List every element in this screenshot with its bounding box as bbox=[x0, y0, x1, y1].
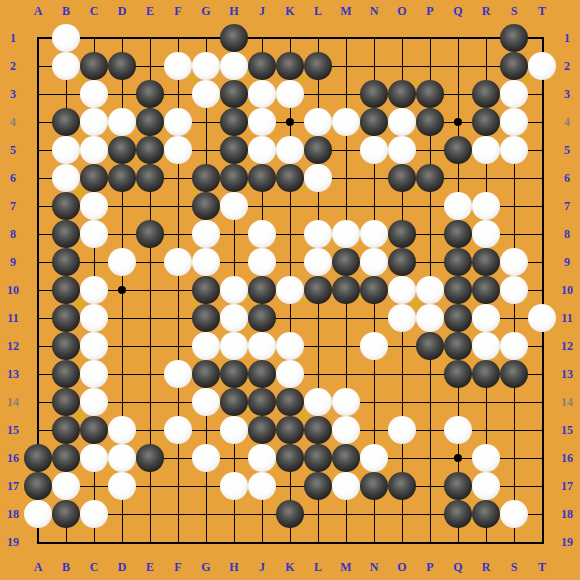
black-stone-P12[interactable] bbox=[416, 332, 444, 360]
black-stone-E16[interactable] bbox=[136, 444, 164, 472]
white-stone-J8[interactable] bbox=[248, 220, 276, 248]
white-stone-K12[interactable] bbox=[276, 332, 304, 360]
white-stone-S12[interactable] bbox=[500, 332, 528, 360]
black-stone-A16[interactable] bbox=[24, 444, 52, 472]
column-label-bottom: N bbox=[370, 561, 379, 573]
black-stone-Q17[interactable] bbox=[444, 472, 472, 500]
row-label-left: 18 bbox=[7, 508, 19, 520]
row-label-left: 6 bbox=[10, 172, 16, 184]
row-label-left: 14 bbox=[7, 396, 19, 408]
black-stone-D5[interactable] bbox=[108, 136, 136, 164]
white-stone-R17[interactable] bbox=[472, 472, 500, 500]
black-stone-B13[interactable] bbox=[52, 360, 80, 388]
column-label-bottom: M bbox=[340, 561, 351, 573]
column-label-top: P bbox=[426, 5, 433, 17]
black-stone-J14[interactable] bbox=[248, 388, 276, 416]
black-stone-O8[interactable] bbox=[388, 220, 416, 248]
black-stone-G10[interactable] bbox=[192, 276, 220, 304]
white-stone-G16[interactable] bbox=[192, 444, 220, 472]
row-label-left: 7 bbox=[10, 200, 16, 212]
black-stone-Q11[interactable] bbox=[444, 304, 472, 332]
column-label-top: A bbox=[34, 5, 43, 17]
black-stone-J13[interactable] bbox=[248, 360, 276, 388]
white-stone-B17[interactable] bbox=[52, 472, 80, 500]
white-stone-G9[interactable] bbox=[192, 248, 220, 276]
row-label-left: 3 bbox=[10, 88, 16, 100]
column-label-top: E bbox=[146, 5, 154, 17]
row-label-left: 10 bbox=[7, 284, 19, 296]
black-stone-O17[interactable] bbox=[388, 472, 416, 500]
white-stone-F5[interactable] bbox=[164, 136, 192, 164]
black-stone-J15[interactable] bbox=[248, 416, 276, 444]
row-label-left: 17 bbox=[7, 480, 19, 492]
black-stone-R18[interactable] bbox=[472, 500, 500, 528]
white-stone-C7[interactable] bbox=[80, 192, 108, 220]
column-label-top: K bbox=[285, 5, 294, 17]
white-stone-B5[interactable] bbox=[52, 136, 80, 164]
white-stone-M17[interactable] bbox=[332, 472, 360, 500]
white-stone-C5[interactable] bbox=[80, 136, 108, 164]
column-label-bottom: O bbox=[397, 561, 406, 573]
column-label-top: D bbox=[118, 5, 127, 17]
column-label-top: T bbox=[538, 5, 546, 17]
star-point bbox=[118, 286, 126, 294]
white-stone-M15[interactable] bbox=[332, 416, 360, 444]
row-label-right: 1 bbox=[564, 32, 570, 44]
column-label-top: H bbox=[229, 5, 238, 17]
black-stone-Q9[interactable] bbox=[444, 248, 472, 276]
row-label-right: 15 bbox=[561, 424, 573, 436]
row-label-left: 19 bbox=[7, 536, 19, 548]
white-stone-M4[interactable] bbox=[332, 108, 360, 136]
black-stone-M9[interactable] bbox=[332, 248, 360, 276]
white-stone-N9[interactable] bbox=[360, 248, 388, 276]
white-stone-C8[interactable] bbox=[80, 220, 108, 248]
white-stone-Q7[interactable] bbox=[444, 192, 472, 220]
black-stone-J2[interactable] bbox=[248, 52, 276, 80]
column-label-bottom: R bbox=[482, 561, 491, 573]
column-label-bottom: E bbox=[146, 561, 154, 573]
white-stone-O4[interactable] bbox=[388, 108, 416, 136]
black-stone-C2[interactable] bbox=[80, 52, 108, 80]
black-stone-K2[interactable] bbox=[276, 52, 304, 80]
white-stone-D16[interactable] bbox=[108, 444, 136, 472]
white-stone-C12[interactable] bbox=[80, 332, 108, 360]
row-label-left: 11 bbox=[7, 312, 18, 324]
black-stone-Q13[interactable] bbox=[444, 360, 472, 388]
white-stone-R11[interactable] bbox=[472, 304, 500, 332]
white-stone-H7[interactable] bbox=[220, 192, 248, 220]
column-label-top: B bbox=[62, 5, 70, 17]
white-stone-D4[interactable] bbox=[108, 108, 136, 136]
row-label-right: 4 bbox=[564, 116, 570, 128]
white-stone-K13[interactable] bbox=[276, 360, 304, 388]
row-label-left: 12 bbox=[7, 340, 19, 352]
white-stone-S9[interactable] bbox=[500, 248, 528, 276]
column-label-bottom: L bbox=[314, 561, 322, 573]
row-label-right: 8 bbox=[564, 228, 570, 240]
black-stone-M16[interactable] bbox=[332, 444, 360, 472]
column-label-bottom: J bbox=[259, 561, 265, 573]
go-board[interactable]: AABBCCDDEEFFGGHHJJKKLLMMNNOOPPQQRRSSTT11… bbox=[0, 0, 580, 580]
black-stone-K14[interactable] bbox=[276, 388, 304, 416]
black-stone-R9[interactable] bbox=[472, 248, 500, 276]
row-label-right: 14 bbox=[561, 396, 573, 408]
white-stone-O15[interactable] bbox=[388, 416, 416, 444]
black-stone-B4[interactable] bbox=[52, 108, 80, 136]
black-stone-R10[interactable] bbox=[472, 276, 500, 304]
white-stone-J16[interactable] bbox=[248, 444, 276, 472]
black-stone-N17[interactable] bbox=[360, 472, 388, 500]
white-stone-G8[interactable] bbox=[192, 220, 220, 248]
black-stone-H1[interactable] bbox=[220, 24, 248, 52]
black-stone-E3[interactable] bbox=[136, 80, 164, 108]
row-label-left: 1 bbox=[10, 32, 16, 44]
white-stone-R16[interactable] bbox=[472, 444, 500, 472]
black-stone-G6[interactable] bbox=[192, 164, 220, 192]
black-stone-B7[interactable] bbox=[52, 192, 80, 220]
black-stone-O9[interactable] bbox=[388, 248, 416, 276]
black-stone-N4[interactable] bbox=[360, 108, 388, 136]
white-stone-P10[interactable] bbox=[416, 276, 444, 304]
black-stone-S2[interactable] bbox=[500, 52, 528, 80]
white-stone-L14[interactable] bbox=[304, 388, 332, 416]
column-label-top: F bbox=[174, 5, 181, 17]
white-stone-R7[interactable] bbox=[472, 192, 500, 220]
column-label-bottom: F bbox=[174, 561, 181, 573]
black-stone-B14[interactable] bbox=[52, 388, 80, 416]
white-stone-J5[interactable] bbox=[248, 136, 276, 164]
column-label-bottom: G bbox=[201, 561, 210, 573]
white-stone-B2[interactable] bbox=[52, 52, 80, 80]
row-label-left: 9 bbox=[10, 256, 16, 268]
black-stone-K6[interactable] bbox=[276, 164, 304, 192]
white-stone-D15[interactable] bbox=[108, 416, 136, 444]
black-stone-L5[interactable] bbox=[304, 136, 332, 164]
column-label-top: S bbox=[511, 5, 518, 17]
black-stone-H4[interactable] bbox=[220, 108, 248, 136]
column-label-bottom: Q bbox=[453, 561, 462, 573]
black-stone-J6[interactable] bbox=[248, 164, 276, 192]
white-stone-L8[interactable] bbox=[304, 220, 332, 248]
white-stone-C3[interactable] bbox=[80, 80, 108, 108]
black-stone-C15[interactable] bbox=[80, 416, 108, 444]
white-stone-F9[interactable] bbox=[164, 248, 192, 276]
white-stone-L4[interactable] bbox=[304, 108, 332, 136]
white-stone-P11[interactable] bbox=[416, 304, 444, 332]
white-stone-Q15[interactable] bbox=[444, 416, 472, 444]
black-stone-H3[interactable] bbox=[220, 80, 248, 108]
white-stone-K3[interactable] bbox=[276, 80, 304, 108]
row-label-right: 9 bbox=[564, 256, 570, 268]
black-stone-R4[interactable] bbox=[472, 108, 500, 136]
column-label-bottom: S bbox=[511, 561, 518, 573]
white-stone-J3[interactable] bbox=[248, 80, 276, 108]
white-stone-J17[interactable] bbox=[248, 472, 276, 500]
black-stone-B16[interactable] bbox=[52, 444, 80, 472]
white-stone-H12[interactable] bbox=[220, 332, 248, 360]
column-label-top: R bbox=[482, 5, 491, 17]
white-stone-A18[interactable] bbox=[24, 500, 52, 528]
white-stone-G12[interactable] bbox=[192, 332, 220, 360]
white-stone-F2[interactable] bbox=[164, 52, 192, 80]
black-stone-K18[interactable] bbox=[276, 500, 304, 528]
white-stone-C13[interactable] bbox=[80, 360, 108, 388]
column-label-top: L bbox=[314, 5, 322, 17]
column-label-bottom: P bbox=[426, 561, 433, 573]
black-stone-D6[interactable] bbox=[108, 164, 136, 192]
row-label-right: 2 bbox=[564, 60, 570, 72]
white-stone-F4[interactable] bbox=[164, 108, 192, 136]
column-label-bottom: H bbox=[229, 561, 238, 573]
row-label-right: 10 bbox=[561, 284, 573, 296]
black-stone-M10[interactable] bbox=[332, 276, 360, 304]
white-stone-S10[interactable] bbox=[500, 276, 528, 304]
white-stone-H10[interactable] bbox=[220, 276, 248, 304]
column-label-top: O bbox=[397, 5, 406, 17]
black-stone-Q5[interactable] bbox=[444, 136, 472, 164]
black-stone-R3[interactable] bbox=[472, 80, 500, 108]
white-stone-C11[interactable] bbox=[80, 304, 108, 332]
column-label-top: N bbox=[370, 5, 379, 17]
white-stone-D17[interactable] bbox=[108, 472, 136, 500]
white-stone-O10[interactable] bbox=[388, 276, 416, 304]
white-stone-O5[interactable] bbox=[388, 136, 416, 164]
white-stone-N12[interactable] bbox=[360, 332, 388, 360]
white-stone-T2[interactable] bbox=[528, 52, 556, 80]
black-stone-H14[interactable] bbox=[220, 388, 248, 416]
star-point bbox=[454, 118, 462, 126]
white-stone-H11[interactable] bbox=[220, 304, 248, 332]
white-stone-K10[interactable] bbox=[276, 276, 304, 304]
white-stone-J9[interactable] bbox=[248, 248, 276, 276]
white-stone-J4[interactable] bbox=[248, 108, 276, 136]
white-stone-F15[interactable] bbox=[164, 416, 192, 444]
white-stone-O11[interactable] bbox=[388, 304, 416, 332]
black-stone-J11[interactable] bbox=[248, 304, 276, 332]
row-label-right: 6 bbox=[564, 172, 570, 184]
row-label-right: 13 bbox=[561, 368, 573, 380]
black-stone-K16[interactable] bbox=[276, 444, 304, 472]
black-stone-E4[interactable] bbox=[136, 108, 164, 136]
white-stone-M14[interactable] bbox=[332, 388, 360, 416]
black-stone-P4[interactable] bbox=[416, 108, 444, 136]
white-stone-S18[interactable] bbox=[500, 500, 528, 528]
black-stone-Q18[interactable] bbox=[444, 500, 472, 528]
white-stone-C14[interactable] bbox=[80, 388, 108, 416]
black-stone-L15[interactable] bbox=[304, 416, 332, 444]
white-stone-H17[interactable] bbox=[220, 472, 248, 500]
white-stone-K5[interactable] bbox=[276, 136, 304, 164]
row-label-right: 12 bbox=[561, 340, 573, 352]
white-stone-N5[interactable] bbox=[360, 136, 388, 164]
black-stone-Q12[interactable] bbox=[444, 332, 472, 360]
black-stone-G11[interactable] bbox=[192, 304, 220, 332]
white-stone-H2[interactable] bbox=[220, 52, 248, 80]
row-label-left: 16 bbox=[7, 452, 19, 464]
row-label-right: 11 bbox=[561, 312, 572, 324]
black-stone-E8[interactable] bbox=[136, 220, 164, 248]
row-label-left: 5 bbox=[10, 144, 16, 156]
black-stone-L17[interactable] bbox=[304, 472, 332, 500]
black-stone-R13[interactable] bbox=[472, 360, 500, 388]
black-stone-Q10[interactable] bbox=[444, 276, 472, 304]
white-stone-B1[interactable] bbox=[52, 24, 80, 52]
black-stone-S1[interactable] bbox=[500, 24, 528, 52]
black-stone-A17[interactable] bbox=[24, 472, 52, 500]
black-stone-K15[interactable] bbox=[276, 416, 304, 444]
white-stone-S4[interactable] bbox=[500, 108, 528, 136]
row-label-right: 3 bbox=[564, 88, 570, 100]
column-label-bottom: A bbox=[34, 561, 43, 573]
black-stone-O6[interactable] bbox=[388, 164, 416, 192]
white-stone-L6[interactable] bbox=[304, 164, 332, 192]
row-label-left: 13 bbox=[7, 368, 19, 380]
black-stone-J10[interactable] bbox=[248, 276, 276, 304]
black-stone-B8[interactable] bbox=[52, 220, 80, 248]
star-point bbox=[454, 454, 462, 462]
white-stone-D9[interactable] bbox=[108, 248, 136, 276]
white-stone-S3[interactable] bbox=[500, 80, 528, 108]
black-stone-Q8[interactable] bbox=[444, 220, 472, 248]
white-stone-F13[interactable] bbox=[164, 360, 192, 388]
black-stone-B12[interactable] bbox=[52, 332, 80, 360]
row-label-right: 17 bbox=[561, 480, 573, 492]
white-stone-N8[interactable] bbox=[360, 220, 388, 248]
black-stone-B11[interactable] bbox=[52, 304, 80, 332]
white-stone-C18[interactable] bbox=[80, 500, 108, 528]
black-stone-P3[interactable] bbox=[416, 80, 444, 108]
black-stone-B15[interactable] bbox=[52, 416, 80, 444]
black-stone-H5[interactable] bbox=[220, 136, 248, 164]
white-stone-H15[interactable] bbox=[220, 416, 248, 444]
black-stone-E6[interactable] bbox=[136, 164, 164, 192]
black-stone-L16[interactable] bbox=[304, 444, 332, 472]
column-label-bottom: B bbox=[62, 561, 70, 573]
white-stone-R5[interactable] bbox=[472, 136, 500, 164]
white-stone-R12[interactable] bbox=[472, 332, 500, 360]
column-label-bottom: D bbox=[118, 561, 127, 573]
row-label-right: 19 bbox=[561, 536, 573, 548]
row-label-right: 5 bbox=[564, 144, 570, 156]
black-stone-E5[interactable] bbox=[136, 136, 164, 164]
white-stone-S5[interactable] bbox=[500, 136, 528, 164]
white-stone-G2[interactable] bbox=[192, 52, 220, 80]
white-stone-B6[interactable] bbox=[52, 164, 80, 192]
row-label-left: 8 bbox=[10, 228, 16, 240]
black-stone-C6[interactable] bbox=[80, 164, 108, 192]
white-stone-G14[interactable] bbox=[192, 388, 220, 416]
black-stone-B9[interactable] bbox=[52, 248, 80, 276]
row-label-right: 16 bbox=[561, 452, 573, 464]
column-label-bottom: C bbox=[90, 561, 99, 573]
row-label-right: 18 bbox=[561, 508, 573, 520]
white-stone-N16[interactable] bbox=[360, 444, 388, 472]
column-label-top: G bbox=[201, 5, 210, 17]
black-stone-N10[interactable] bbox=[360, 276, 388, 304]
black-stone-L10[interactable] bbox=[304, 276, 332, 304]
white-stone-M8[interactable] bbox=[332, 220, 360, 248]
white-stone-C10[interactable] bbox=[80, 276, 108, 304]
star-point bbox=[286, 118, 294, 126]
black-stone-P6[interactable] bbox=[416, 164, 444, 192]
white-stone-C16[interactable] bbox=[80, 444, 108, 472]
black-stone-D2[interactable] bbox=[108, 52, 136, 80]
column-label-top: M bbox=[340, 5, 351, 17]
black-stone-S13[interactable] bbox=[500, 360, 528, 388]
white-stone-T11[interactable] bbox=[528, 304, 556, 332]
row-label-left: 2 bbox=[10, 60, 16, 72]
column-label-top: Q bbox=[453, 5, 462, 17]
black-stone-B10[interactable] bbox=[52, 276, 80, 304]
row-label-left: 15 bbox=[7, 424, 19, 436]
column-label-top: J bbox=[259, 5, 265, 17]
row-label-left: 4 bbox=[10, 116, 16, 128]
black-stone-O3[interactable] bbox=[388, 80, 416, 108]
white-stone-R8[interactable] bbox=[472, 220, 500, 248]
white-stone-J12[interactable] bbox=[248, 332, 276, 360]
column-label-bottom: K bbox=[285, 561, 294, 573]
black-stone-H13[interactable] bbox=[220, 360, 248, 388]
black-stone-B18[interactable] bbox=[52, 500, 80, 528]
black-stone-L2[interactable] bbox=[304, 52, 332, 80]
row-label-right: 7 bbox=[564, 200, 570, 212]
white-stone-L9[interactable] bbox=[304, 248, 332, 276]
black-stone-G13[interactable] bbox=[192, 360, 220, 388]
column-label-bottom: T bbox=[538, 561, 546, 573]
black-stone-H6[interactable] bbox=[220, 164, 248, 192]
black-stone-N3[interactable] bbox=[360, 80, 388, 108]
white-stone-C4[interactable] bbox=[80, 108, 108, 136]
column-label-top: C bbox=[90, 5, 99, 17]
white-stone-G3[interactable] bbox=[192, 80, 220, 108]
go-app-window: AABBCCDDEEFFGGHHJJKKLLMMNNOOPPQQRRSSTT11… bbox=[0, 0, 580, 580]
black-stone-G7[interactable] bbox=[192, 192, 220, 220]
